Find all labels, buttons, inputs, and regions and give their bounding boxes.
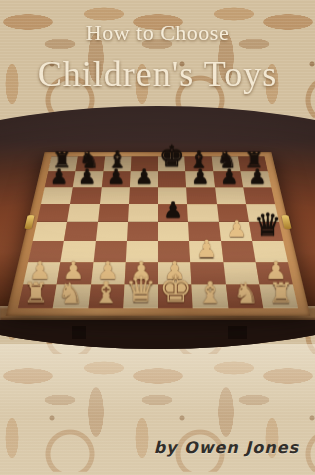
square-b4	[64, 222, 97, 241]
white-rook: ♜	[18, 280, 53, 308]
black-pawn: ♟	[44, 166, 72, 187]
black-pawn: ♟	[242, 166, 270, 187]
square-h1: ♜	[259, 284, 298, 308]
square-a5	[37, 204, 70, 222]
white-pawn: ♟	[220, 218, 251, 241]
white-rook: ♜	[262, 280, 297, 308]
black-pawn: ♟	[158, 199, 188, 221]
board-position-wrap: ♜♞♝♚♝♞♜♟♟♟♟♟♟♟♟♟♛♟♟♟♟♟♟♟♜♞♝♛♚♝♞♜	[28, 106, 288, 349]
square-h6	[242, 187, 274, 204]
square-f6	[186, 187, 216, 204]
square-h4: ♛	[248, 222, 283, 241]
square-e5: ♟	[158, 204, 188, 222]
white-knight: ♞	[227, 279, 262, 308]
black-pawn: ♟	[101, 166, 129, 187]
white-king: ♚	[158, 270, 193, 307]
square-h7: ♟	[240, 171, 271, 187]
white-knight: ♞	[53, 279, 88, 308]
title-line-2: Children's Toys	[0, 53, 315, 95]
white-bishop: ♝	[192, 277, 227, 307]
square-d5	[127, 204, 157, 222]
white-queen: ♛	[123, 273, 158, 308]
square-f5	[187, 204, 218, 222]
square-e8: ♚	[158, 156, 185, 171]
chess-board: ♜♞♝♚♝♞♜♟♟♟♟♟♟♟♟♟♛♟♟♟♟♟♟♟♜♞♝♛♚♝♞♜	[5, 152, 310, 316]
square-c4	[95, 222, 127, 241]
square-a7: ♟	[44, 171, 75, 187]
black-queen: ♛	[251, 210, 282, 241]
square-c1: ♝	[87, 284, 123, 308]
square-g6	[214, 187, 245, 204]
square-c5	[97, 204, 128, 222]
square-f3: ♟	[189, 241, 223, 262]
black-pawn: ♟	[129, 166, 157, 187]
square-d6	[128, 187, 157, 204]
black-pawn: ♟	[214, 166, 242, 187]
square-d4	[126, 222, 157, 241]
author-byline: by Owen Jones	[154, 438, 299, 457]
square-e4	[158, 222, 189, 241]
black-pawn: ♟	[73, 166, 101, 187]
square-b1: ♞	[52, 284, 90, 308]
square-a4	[32, 222, 67, 241]
black-king: ♚	[158, 142, 185, 171]
square-g3	[220, 241, 255, 262]
square-a6	[40, 187, 72, 204]
title-block: How to Choose Children's Toys	[0, 0, 315, 95]
square-g1: ♞	[225, 284, 263, 308]
square-g7: ♟	[212, 171, 242, 187]
square-f1: ♝	[191, 284, 227, 308]
chess-board-grid: ♜♞♝♚♝♞♜♟♟♟♟♟♟♟♟♟♛♟♟♟♟♟♟♟♜♞♝♛♚♝♞♜	[17, 156, 297, 308]
square-a1: ♜	[17, 284, 56, 308]
square-c7: ♟	[101, 171, 130, 187]
square-d1: ♛	[122, 284, 157, 308]
square-c6	[99, 187, 129, 204]
square-f7: ♟	[185, 171, 214, 187]
square-g4: ♟	[218, 222, 251, 241]
square-b7: ♟	[73, 171, 103, 187]
photo-scene: ♜♞♝♚♝♞♜♟♟♟♟♟♟♟♟♟♛♟♟♟♟♟♟♟♜♞♝♛♚♝♞♜	[0, 106, 315, 349]
white-bishop: ♝	[88, 277, 123, 307]
square-e1: ♚	[158, 284, 193, 308]
white-pawn: ♟	[190, 238, 222, 262]
square-b5	[67, 204, 99, 222]
book-cover: How to Choose Children's Toys ♜♞♝♚♝♞♜♟♟♟…	[0, 0, 315, 475]
black-pawn: ♟	[186, 166, 214, 187]
square-b6	[70, 187, 101, 204]
square-d7: ♟	[129, 171, 157, 187]
brass-hinge-left-icon	[24, 215, 34, 229]
square-e7	[158, 171, 186, 187]
title-line-1: How to Choose	[0, 20, 315, 46]
chessboard-photo: ♜♞♝♚♝♞♜♟♟♟♟♟♟♟♟♟♛♟♟♟♟♟♟♟♜♞♝♛♚♝♞♜	[0, 106, 315, 349]
